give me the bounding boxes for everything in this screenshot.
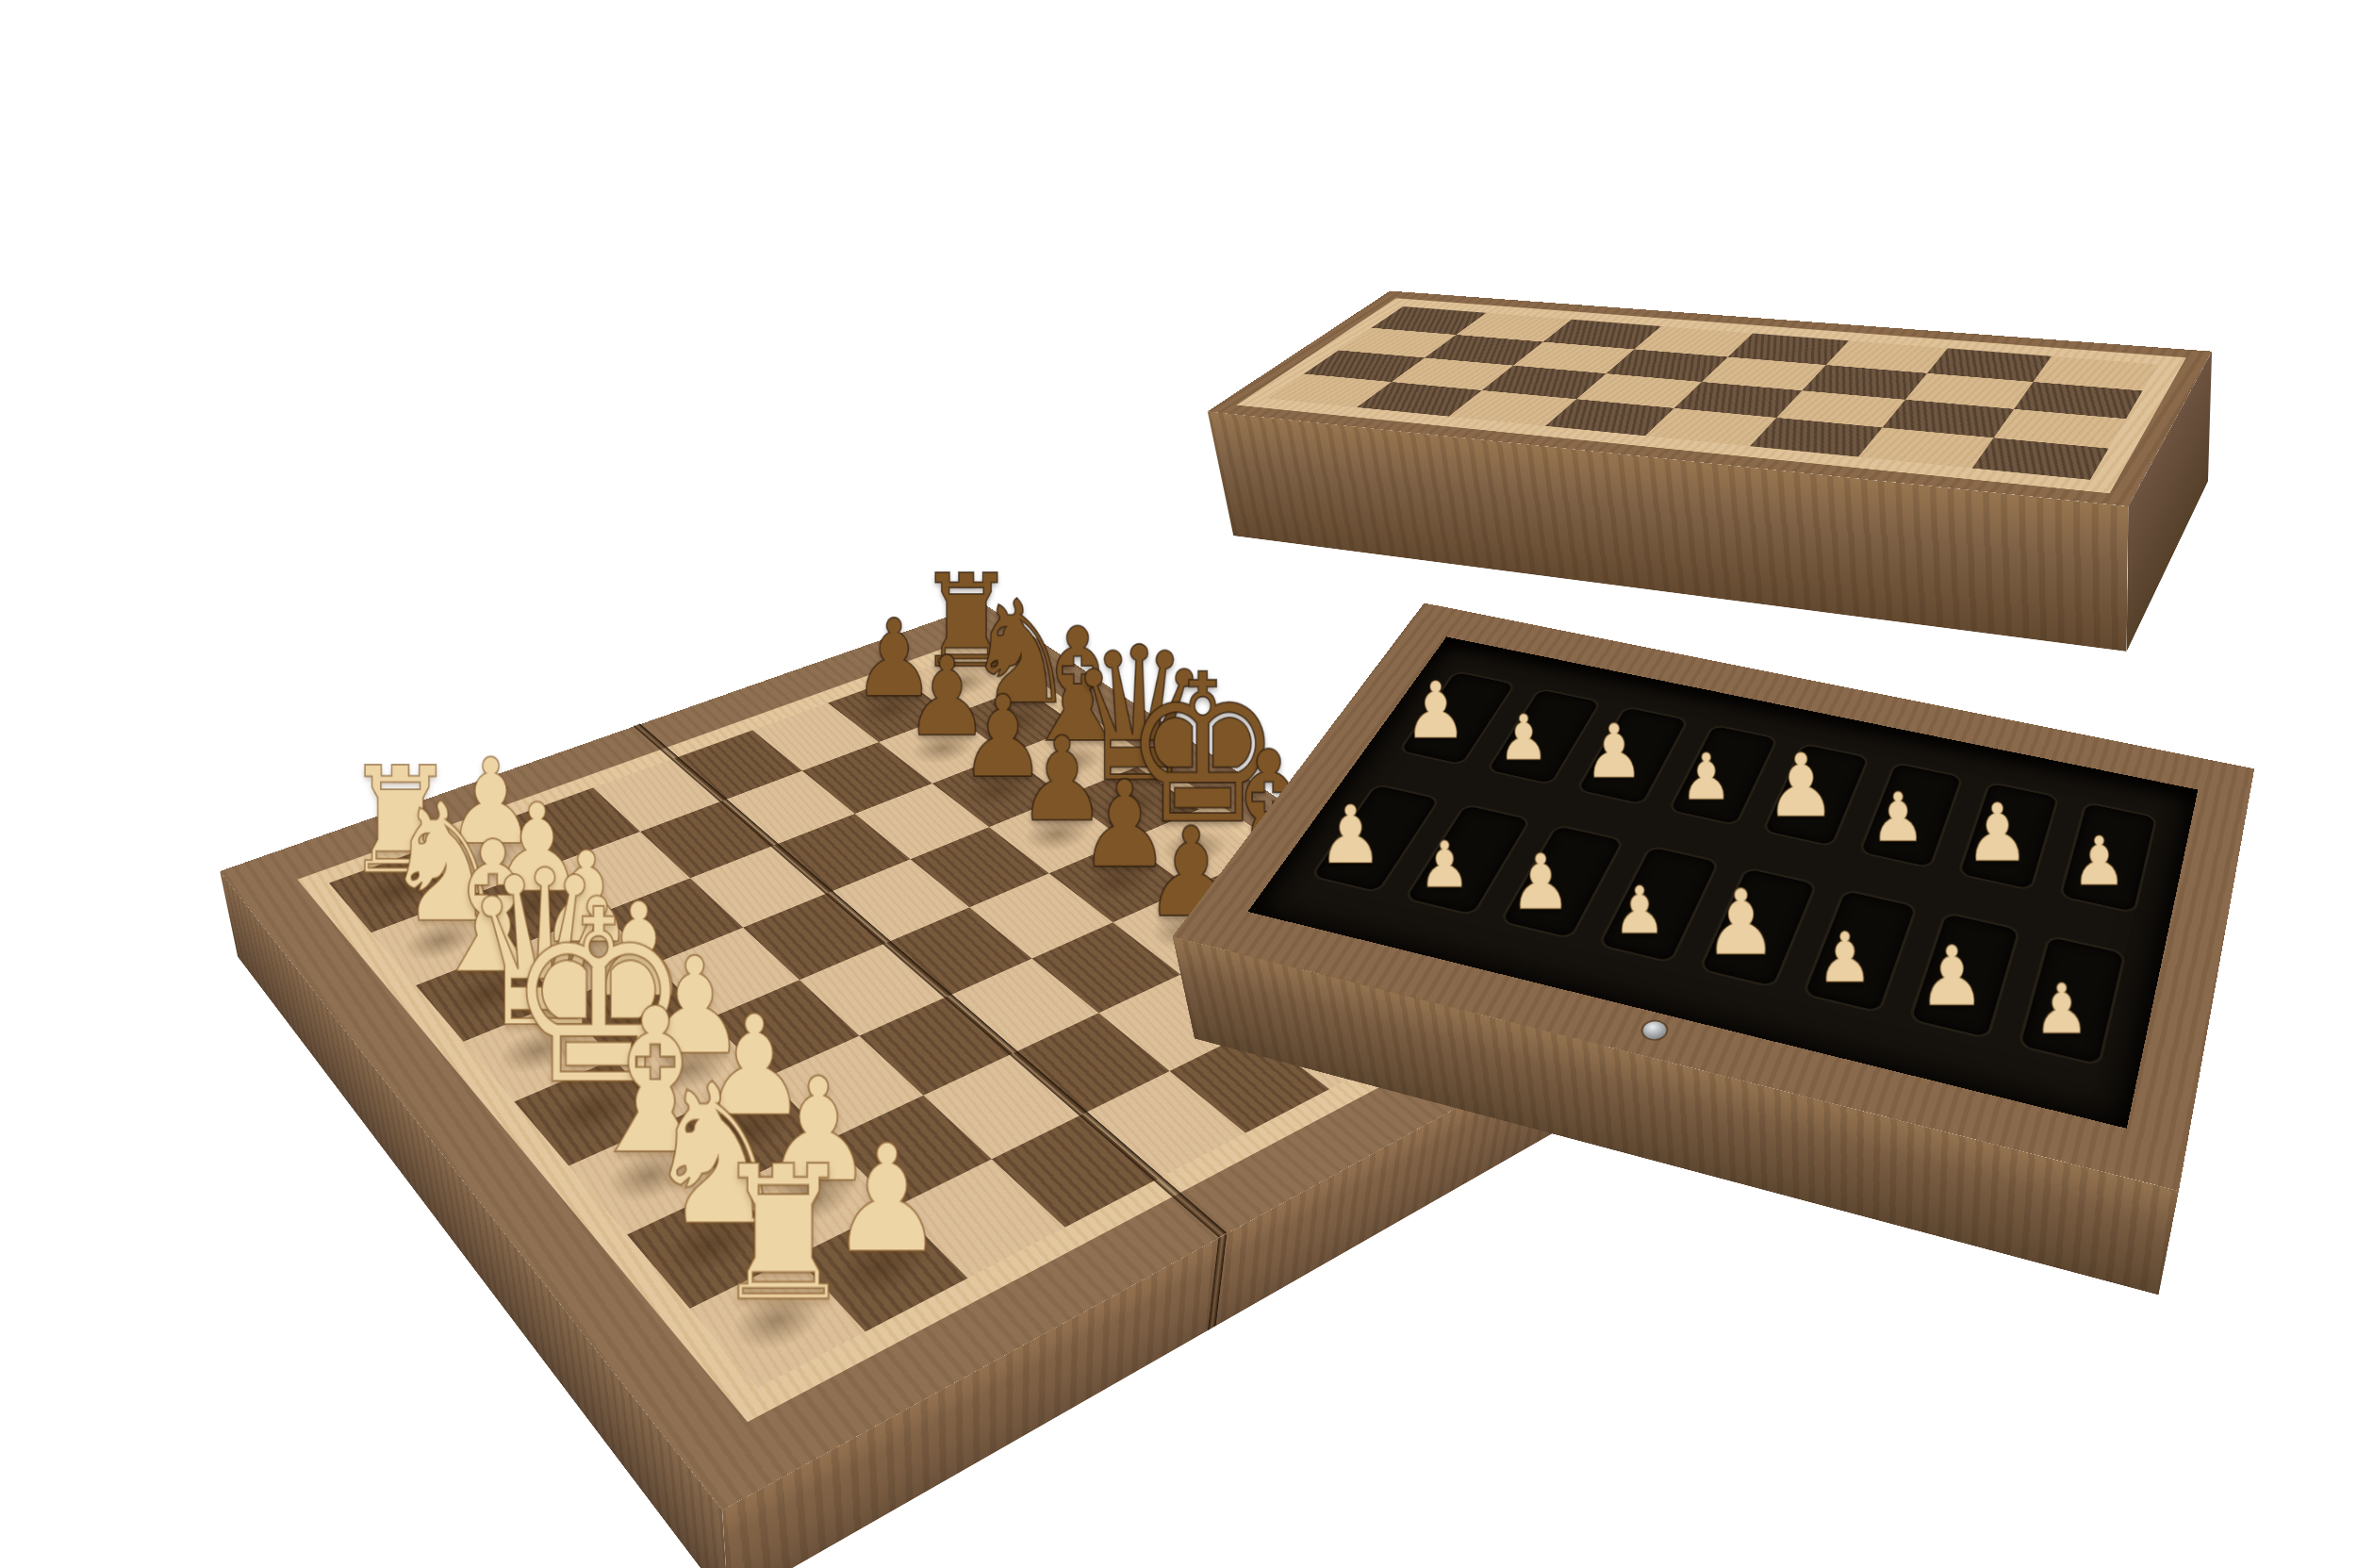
storage-tray: ♟♟♟♟♟♟♟♟♟♟♟♟♟♟♟♟ [1173, 603, 2255, 1191]
stored-piece: ♟ [1298, 795, 1402, 875]
stored-piece: ♟ [1392, 834, 1496, 898]
white-rook-h1: ♜ [674, 1142, 893, 1328]
stored-piece: ♟ [2047, 828, 2151, 896]
stored-piece: ♟ [1945, 793, 2049, 873]
product-photo-canvas: { "scene": { "background": "#ffffff", "d… [0, 0, 2357, 1568]
stored-piece: ♟ [1789, 923, 1900, 993]
stored-piece: ♟ [1895, 935, 2007, 1018]
storage-box-scene: ♟♟♟♟♟♟♟♟♟♟♟♟♟♟♟♟ [1141, 9, 2357, 1235]
stored-piece: ♟ [1564, 715, 1662, 789]
stored-piece: ♟ [2004, 975, 2118, 1044]
stored-piece: ♟ [1656, 745, 1756, 809]
stored-piece: ♟ [1847, 784, 1949, 851]
stored-piece: ♟ [1475, 706, 1572, 769]
stored-piece: ♟ [1387, 671, 1483, 750]
board-fold-seam-side [1208, 1233, 1227, 1330]
stored-piece: ♟ [1750, 742, 1851, 830]
stored-piece: ♟ [1686, 877, 1794, 967]
stored-piece: ♟ [1488, 844, 1593, 920]
magnet-clasp [1640, 1019, 1669, 1041]
box-lid [1208, 291, 2212, 506]
stored-piece: ♟ [1586, 878, 1693, 944]
